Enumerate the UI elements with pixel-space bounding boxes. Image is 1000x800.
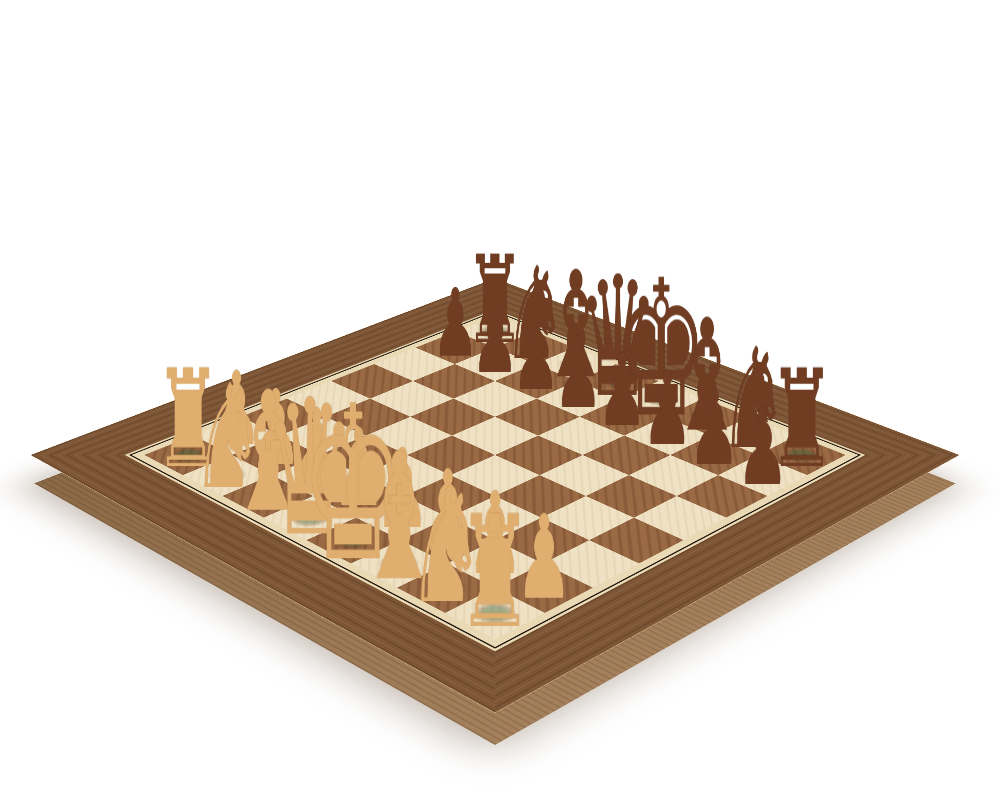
board-surface: ♜♞♝♛♚♝♞♜♟♟♟♟♟♟♟♟♟♟♟♟♟♟♟♟♜♞♝♛♚♝♞♜ xyxy=(31,278,959,712)
pieces: ♜♞♝♛♚♝♞♜♟♟♟♟♟♟♟♟♟♟♟♟♟♟♟♟♜♞♝♛♚♝♞♜ xyxy=(31,278,959,712)
product-photo-scene: ♜♞♝♛♚♝♞♜♟♟♟♟♟♟♟♟♟♟♟♟♟♟♟♟♜♞♝♛♚♝♞♜ xyxy=(0,0,1000,800)
white-rook-glyph: ♜ xyxy=(410,495,581,650)
